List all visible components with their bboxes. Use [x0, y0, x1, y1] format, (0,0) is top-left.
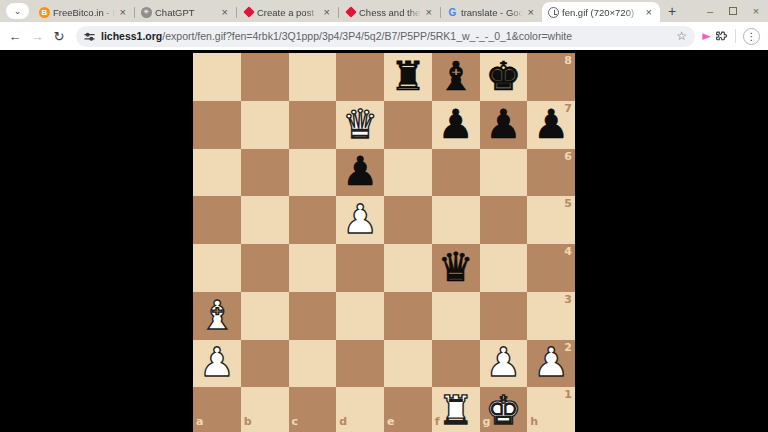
- file-label: c: [292, 415, 299, 428]
- square-e7: [384, 101, 432, 149]
- square-c6: [289, 149, 337, 197]
- square-a2: ♟: [193, 340, 241, 388]
- tab-create-a-post-hive[interactable]: Create a post — Hive×: [237, 2, 338, 22]
- tab-strip-tabs: BFreeBitco.in - Bitcoin, B×✳ChatGPT×Crea…: [33, 2, 660, 22]
- white-pawn-piece: ♟: [199, 342, 235, 382]
- square-a1: a: [193, 387, 241, 432]
- file-label: e: [387, 415, 394, 428]
- square-f7: ♟: [432, 101, 480, 149]
- file-label: f: [435, 415, 440, 428]
- square-g8: ♚: [480, 53, 528, 101]
- back-icon[interactable]: ←: [6, 29, 24, 44]
- minimize-icon[interactable]: –: [704, 5, 716, 17]
- tab-translate-google-sea[interactable]: Gtranslate - Google Sea×: [441, 2, 542, 22]
- tab-freebitco-in-bitcoin-b[interactable]: BFreeBitco.in - Bitcoin, B×: [33, 2, 134, 22]
- square-h3: 3: [527, 292, 575, 340]
- square-a3: ♝: [193, 292, 241, 340]
- square-f6: [432, 149, 480, 197]
- window-controls: – ×: [704, 0, 762, 22]
- tab-close-icon[interactable]: ×: [118, 7, 128, 18]
- rank-label: 4: [564, 245, 572, 258]
- file-label: d: [339, 415, 347, 428]
- tab-close-icon[interactable]: ×: [322, 7, 332, 18]
- tab-title: ChatGPT: [155, 7, 217, 18]
- square-h1: 1h: [527, 387, 575, 432]
- black-pawn-piece: ♟: [342, 151, 378, 191]
- square-c1: c: [289, 387, 337, 432]
- square-e2: [384, 340, 432, 388]
- square-c7: [289, 101, 337, 149]
- square-g3: [480, 292, 528, 340]
- square-d1: d: [336, 387, 384, 432]
- square-d8: [336, 53, 384, 101]
- square-f8: ♝: [432, 53, 480, 101]
- tab-close-icon[interactable]: ×: [526, 7, 536, 18]
- square-h2: ♟2: [527, 340, 575, 388]
- square-a8: [193, 53, 241, 101]
- square-f2: [432, 340, 480, 388]
- square-h8: 8: [527, 53, 575, 101]
- square-h4: 4: [527, 244, 575, 292]
- square-b5: [241, 196, 289, 244]
- square-e5: [384, 196, 432, 244]
- url-path: /export/fen.gif?fen=4rbk1/3Q1ppp/3p4/3P4…: [162, 30, 572, 42]
- square-e1: e: [384, 387, 432, 432]
- square-d5: ♟: [336, 196, 384, 244]
- square-h7: ♟7: [527, 101, 575, 149]
- square-d6: ♟: [336, 149, 384, 197]
- rank-label: 1: [564, 388, 572, 401]
- square-f1: ♜f: [432, 387, 480, 432]
- square-h6: 6: [527, 149, 575, 197]
- black-rook-piece: ♜: [390, 56, 426, 96]
- square-f3: [432, 292, 480, 340]
- square-g2: ♟: [480, 340, 528, 388]
- tab-strip: ⌄ BFreeBitco.in - Bitcoin, B×✳ChatGPT×Cr…: [0, 0, 768, 22]
- tab-fen-gif-720-720[interactable]: fen.gif (720×720)×: [542, 2, 660, 22]
- square-a5: [193, 196, 241, 244]
- url-text[interactable]: lichess1.org/export/fen.gif?fen=4rbk1/3Q…: [101, 30, 670, 42]
- browser-toolbar: ← → ↻ lichess1.org/export/fen.gif?fen=4r…: [0, 22, 768, 50]
- rank-label: 5: [564, 197, 572, 210]
- square-b3: [241, 292, 289, 340]
- file-label: a: [196, 415, 203, 428]
- white-pawn-piece: ♟: [342, 199, 378, 239]
- chess-board-image[interactable]: ♜♝♚8♛♟♟♟7♟6♟5♛4♝3♟♟♟2abcde♜f♚g1h: [193, 53, 575, 432]
- square-g5: [480, 196, 528, 244]
- kebab-icon: ⋮: [747, 31, 757, 42]
- square-c3: [289, 292, 337, 340]
- square-h5: 5: [527, 196, 575, 244]
- chevron-down-icon: ⌄: [14, 6, 22, 16]
- tab-title: fen.gif (720×720): [562, 7, 641, 18]
- pink-extension-icon[interactable]: ▶: [702, 31, 711, 41]
- square-d2: [336, 340, 384, 388]
- square-b4: [241, 244, 289, 292]
- file-label: h: [530, 415, 538, 428]
- tab-close-icon[interactable]: ×: [644, 7, 654, 18]
- square-b8: [241, 53, 289, 101]
- reload-icon[interactable]: ↻: [50, 29, 68, 44]
- file-label: b: [244, 415, 252, 428]
- rank-label: 6: [564, 150, 572, 163]
- site-settings-icon[interactable]: [84, 31, 95, 42]
- tab-title: Create a post — Hive: [257, 7, 319, 18]
- square-b2: [241, 340, 289, 388]
- white-bishop-piece: ♝: [199, 295, 235, 335]
- black-pawn-piece: ♟: [485, 104, 521, 144]
- tab-close-icon[interactable]: ×: [424, 7, 434, 18]
- square-d4: [336, 244, 384, 292]
- black-king-piece: ♚: [485, 56, 521, 96]
- square-c8: [289, 53, 337, 101]
- tab-close-icon[interactable]: ×: [220, 7, 230, 18]
- square-g4: [480, 244, 528, 292]
- tab-title: translate - Google Sea: [461, 7, 523, 18]
- rank-label: 2: [564, 341, 572, 354]
- url-domain: lichess1.org: [101, 30, 162, 42]
- new-tab-button[interactable]: +: [668, 4, 676, 18]
- square-e8: ♜: [384, 53, 432, 101]
- square-a7: [193, 101, 241, 149]
- black-pawn-piece: ♟: [438, 104, 474, 144]
- toolbar-divider: [735, 29, 736, 43]
- tab-search-button[interactable]: ⌄: [6, 3, 29, 19]
- hive-favicon-icon: [243, 7, 254, 18]
- white-rook-piece: ♜: [438, 390, 474, 430]
- hive-favicon-icon: [345, 7, 356, 18]
- square-a4: [193, 244, 241, 292]
- white-king-piece: ♚: [485, 390, 521, 430]
- square-e6: [384, 149, 432, 197]
- tab-chatgpt[interactable]: ✳ChatGPT×: [135, 2, 236, 22]
- restore-icon[interactable]: [727, 5, 739, 17]
- google-favicon-icon: G: [447, 7, 458, 18]
- rank-label: 8: [564, 54, 572, 67]
- square-g1: ♚g: [480, 387, 528, 432]
- black-queen-piece: ♛: [438, 247, 474, 287]
- square-c4: [289, 244, 337, 292]
- file-label: g: [483, 415, 491, 428]
- rank-label: 7: [564, 102, 572, 115]
- square-c5: [289, 196, 337, 244]
- square-f5: [432, 196, 480, 244]
- square-b7: [241, 101, 289, 149]
- rank-label: 3: [564, 293, 572, 306]
- square-e4: [384, 244, 432, 292]
- black-bishop-piece: ♝: [438, 56, 474, 96]
- browser-menu-button[interactable]: ⋮: [743, 28, 760, 45]
- square-g7: ♟: [480, 101, 528, 149]
- tab-title: Chess and the Art of D: [359, 7, 421, 18]
- bookmark-star-icon[interactable]: ☆: [676, 29, 687, 43]
- square-c2: [289, 340, 337, 388]
- square-g6: [480, 149, 528, 197]
- white-queen-piece: ♛: [342, 104, 378, 144]
- white-pawn-piece: ♟: [485, 342, 521, 382]
- square-d3: [336, 292, 384, 340]
- address-bar[interactable]: lichess1.org/export/fen.gif?fen=4rbk1/3Q…: [76, 26, 695, 47]
- bitcoin-favicon-icon: B: [39, 7, 50, 18]
- square-a6: [193, 149, 241, 197]
- tab-title: FreeBitco.in - Bitcoin, B: [53, 7, 115, 18]
- close-icon[interactable]: ×: [750, 5, 762, 17]
- clock-favicon-icon: [548, 7, 559, 18]
- square-d7: ♛: [336, 101, 384, 149]
- square-f4: ♛: [432, 244, 480, 292]
- page-content: ♜♝♚8♛♟♟♟7♟6♟5♛4♝3♟♟♟2abcde♜f♚g1h: [0, 50, 768, 432]
- extensions-puzzle-icon[interactable]: [714, 29, 728, 43]
- tab-chess-and-the-art-of-d[interactable]: Chess and the Art of D×: [339, 2, 440, 22]
- square-b1: b: [241, 387, 289, 432]
- chatgpt-favicon-icon: ✳: [141, 7, 152, 18]
- square-e3: [384, 292, 432, 340]
- square-b6: [241, 149, 289, 197]
- forward-icon: →: [28, 29, 46, 44]
